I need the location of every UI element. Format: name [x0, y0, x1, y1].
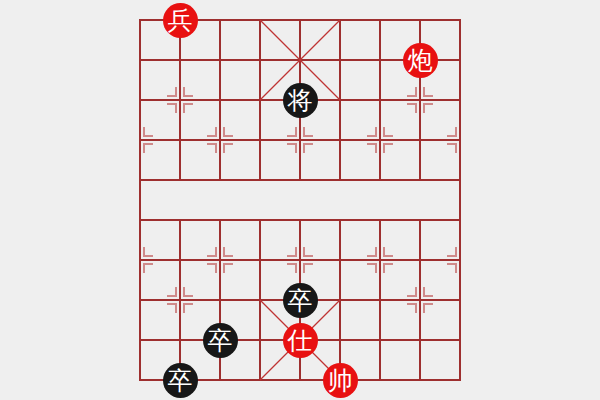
page-background: 兵炮将卒卒仕卒帅: [0, 0, 600, 400]
piece-black-general[interactable]: 将: [283, 83, 318, 118]
piece-red-general[interactable]: 帅: [323, 363, 358, 398]
piece-black-soldier[interactable]: 卒: [283, 283, 318, 318]
piece-red-advisor[interactable]: 仕: [283, 323, 318, 358]
board-intersections: 兵炮将卒卒仕卒帅: [120, 0, 480, 400]
piece-red-cannon[interactable]: 炮: [403, 43, 438, 78]
piece-black-soldier[interactable]: 卒: [203, 323, 238, 358]
piece-black-soldier[interactable]: 卒: [163, 363, 198, 398]
xiangqi-board: 兵炮将卒卒仕卒帅: [120, 0, 480, 400]
piece-red-soldier[interactable]: 兵: [163, 3, 198, 38]
